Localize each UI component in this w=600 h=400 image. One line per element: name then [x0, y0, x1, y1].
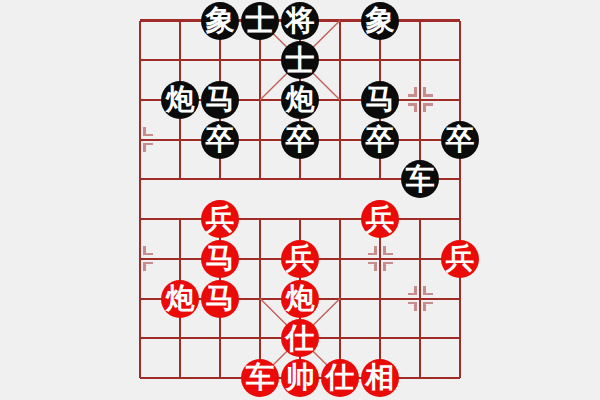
red-soldier[interactable]: 兵	[281, 240, 319, 278]
black-soldier[interactable]: 卒	[441, 121, 479, 159]
point-marker	[385, 246, 393, 254]
red-chariot[interactable]: 车	[241, 359, 279, 397]
black-advisor[interactable]: 士	[281, 41, 319, 79]
point-marker	[368, 246, 376, 254]
red-cannon[interactable]: 炮	[281, 280, 319, 318]
point-marker	[408, 104, 416, 112]
point-marker	[145, 144, 153, 152]
black-cannon[interactable]: 炮	[161, 81, 199, 119]
black-elephant[interactable]: 象	[201, 2, 239, 40]
black-cannon[interactable]: 炮	[281, 81, 319, 119]
red-soldier[interactable]: 兵	[441, 240, 479, 278]
black-elephant[interactable]: 象	[361, 2, 399, 40]
black-soldier[interactable]: 卒	[201, 121, 239, 159]
point-marker	[145, 246, 153, 254]
xiangqi-board[interactable]: 象士将象士炮马炮马卒卒卒卒车兵兵马兵兵炮马炮仕车帅仕相	[0, 0, 600, 400]
point-marker	[145, 263, 153, 271]
black-general[interactable]: 将	[281, 2, 319, 40]
red-elephant[interactable]: 相	[361, 359, 399, 397]
point-marker	[368, 263, 376, 271]
red-general[interactable]: 帅	[281, 359, 319, 397]
red-advisor[interactable]: 仕	[321, 359, 359, 397]
red-horse[interactable]: 马	[201, 280, 239, 318]
point-marker	[145, 127, 153, 135]
point-marker	[408, 286, 416, 294]
point-marker	[385, 263, 393, 271]
black-soldier[interactable]: 卒	[281, 121, 319, 159]
red-horse[interactable]: 马	[201, 240, 239, 278]
point-marker	[425, 87, 433, 95]
black-soldier[interactable]: 卒	[361, 121, 399, 159]
black-advisor[interactable]: 士	[241, 2, 279, 40]
black-chariot[interactable]: 车	[401, 160, 439, 198]
red-soldier[interactable]: 兵	[361, 200, 399, 238]
point-marker	[425, 303, 433, 311]
red-cannon[interactable]: 炮	[161, 280, 199, 318]
red-soldier[interactable]: 兵	[201, 200, 239, 238]
black-horse[interactable]: 马	[361, 81, 399, 119]
point-marker	[425, 104, 433, 112]
point-marker	[425, 286, 433, 294]
point-marker	[408, 87, 416, 95]
red-advisor[interactable]: 仕	[281, 319, 319, 357]
point-marker	[408, 303, 416, 311]
black-horse[interactable]: 马	[201, 81, 239, 119]
